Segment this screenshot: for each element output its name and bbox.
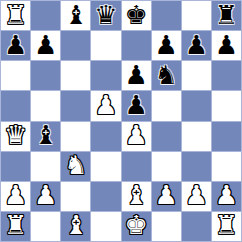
chess-board: ♜♝♛♚♜♟♟♟♟♟♟♞♟♟♛♝♟♞♟♟♝♟♟♟♜♝♚♜ xyxy=(0,0,242,242)
black-rook: ♜ xyxy=(215,2,238,28)
square-d8[interactable]: ♛ xyxy=(91,1,120,30)
square-a1[interactable]: ♜ xyxy=(1,212,30,241)
square-g7[interactable]: ♟ xyxy=(182,31,211,60)
square-f6[interactable]: ♞ xyxy=(152,61,181,90)
black-bishop: ♝ xyxy=(34,122,57,148)
white-pawn: ♟ xyxy=(124,122,147,148)
black-pawn: ♟ xyxy=(124,92,147,118)
square-b4[interactable]: ♝ xyxy=(31,122,60,151)
square-c7[interactable] xyxy=(61,31,90,60)
square-h5[interactable] xyxy=(212,91,241,120)
white-pawn: ♟ xyxy=(155,182,178,208)
square-b6[interactable] xyxy=(31,61,60,90)
white-pawn: ♟ xyxy=(215,182,238,208)
square-f3[interactable] xyxy=(152,152,181,181)
square-e5[interactable]: ♟ xyxy=(122,91,151,120)
square-g2[interactable]: ♟ xyxy=(182,182,211,211)
square-f5[interactable] xyxy=(152,91,181,120)
square-h4[interactable] xyxy=(212,122,241,151)
square-c2[interactable] xyxy=(61,182,90,211)
black-pawn: ♟ xyxy=(185,32,208,58)
square-c1[interactable]: ♝ xyxy=(61,212,90,241)
square-h6[interactable] xyxy=(212,61,241,90)
white-pawn: ♟ xyxy=(34,182,57,208)
square-d6[interactable] xyxy=(91,61,120,90)
white-pawn: ♟ xyxy=(94,92,117,118)
black-pawn: ♟ xyxy=(155,32,178,58)
black-bishop: ♝ xyxy=(64,2,87,28)
black-pawn: ♟ xyxy=(34,32,57,58)
square-f1[interactable] xyxy=(152,212,181,241)
square-a4[interactable]: ♛ xyxy=(1,122,30,151)
square-h8[interactable]: ♜ xyxy=(212,1,241,30)
white-rook: ♜ xyxy=(215,212,238,238)
square-g6[interactable] xyxy=(182,61,211,90)
square-g4[interactable] xyxy=(182,122,211,151)
square-e2[interactable]: ♝ xyxy=(122,182,151,211)
square-e7[interactable] xyxy=(122,31,151,60)
black-pawn: ♟ xyxy=(4,32,27,58)
square-g5[interactable] xyxy=(182,91,211,120)
square-b3[interactable] xyxy=(31,152,60,181)
square-d4[interactable] xyxy=(91,122,120,151)
square-d1[interactable] xyxy=(91,212,120,241)
square-e8[interactable]: ♚ xyxy=(122,1,151,30)
square-a5[interactable] xyxy=(1,91,30,120)
square-d3[interactable] xyxy=(91,152,120,181)
square-a6[interactable] xyxy=(1,61,30,90)
square-c8[interactable]: ♝ xyxy=(61,1,90,30)
square-e6[interactable]: ♟ xyxy=(122,61,151,90)
square-b8[interactable] xyxy=(31,1,60,30)
square-a2[interactable]: ♟ xyxy=(1,182,30,211)
white-knight: ♞ xyxy=(64,152,87,178)
white-pawn: ♟ xyxy=(185,182,208,208)
square-b1[interactable] xyxy=(31,212,60,241)
square-f8[interactable] xyxy=(152,1,181,30)
square-e1[interactable]: ♚ xyxy=(122,212,151,241)
black-king: ♚ xyxy=(124,2,147,28)
square-d7[interactable] xyxy=(91,31,120,60)
square-a3[interactable] xyxy=(1,152,30,181)
white-rook: ♜ xyxy=(4,2,27,28)
black-knight: ♞ xyxy=(155,62,178,88)
square-g1[interactable] xyxy=(182,212,211,241)
square-b7[interactable]: ♟ xyxy=(31,31,60,60)
square-h7[interactable]: ♟ xyxy=(212,31,241,60)
square-b5[interactable] xyxy=(31,91,60,120)
square-c3[interactable]: ♞ xyxy=(61,152,90,181)
square-f2[interactable]: ♟ xyxy=(152,182,181,211)
black-pawn: ♟ xyxy=(215,32,238,58)
square-a7[interactable]: ♟ xyxy=(1,31,30,60)
square-e4[interactable]: ♟ xyxy=(122,122,151,151)
white-pawn: ♟ xyxy=(4,182,27,208)
black-pawn: ♟ xyxy=(124,62,147,88)
square-b2[interactable]: ♟ xyxy=(31,182,60,211)
square-c6[interactable] xyxy=(61,61,90,90)
square-d2[interactable] xyxy=(91,182,120,211)
white-queen: ♛ xyxy=(4,122,27,148)
white-bishop: ♝ xyxy=(124,182,147,208)
square-c4[interactable] xyxy=(61,122,90,151)
square-d5[interactable]: ♟ xyxy=(91,91,120,120)
square-e3[interactable] xyxy=(122,152,151,181)
white-king: ♚ xyxy=(124,212,147,238)
square-f4[interactable] xyxy=(152,122,181,151)
square-g8[interactable] xyxy=(182,1,211,30)
square-f7[interactable]: ♟ xyxy=(152,31,181,60)
square-h3[interactable] xyxy=(212,152,241,181)
white-bishop: ♝ xyxy=(64,212,87,238)
square-c5[interactable] xyxy=(61,91,90,120)
black-queen: ♛ xyxy=(94,2,117,28)
square-h2[interactable]: ♟ xyxy=(212,182,241,211)
white-rook: ♜ xyxy=(4,212,27,238)
square-a8[interactable]: ♜ xyxy=(1,1,30,30)
square-h1[interactable]: ♜ xyxy=(212,212,241,241)
square-g3[interactable] xyxy=(182,152,211,181)
